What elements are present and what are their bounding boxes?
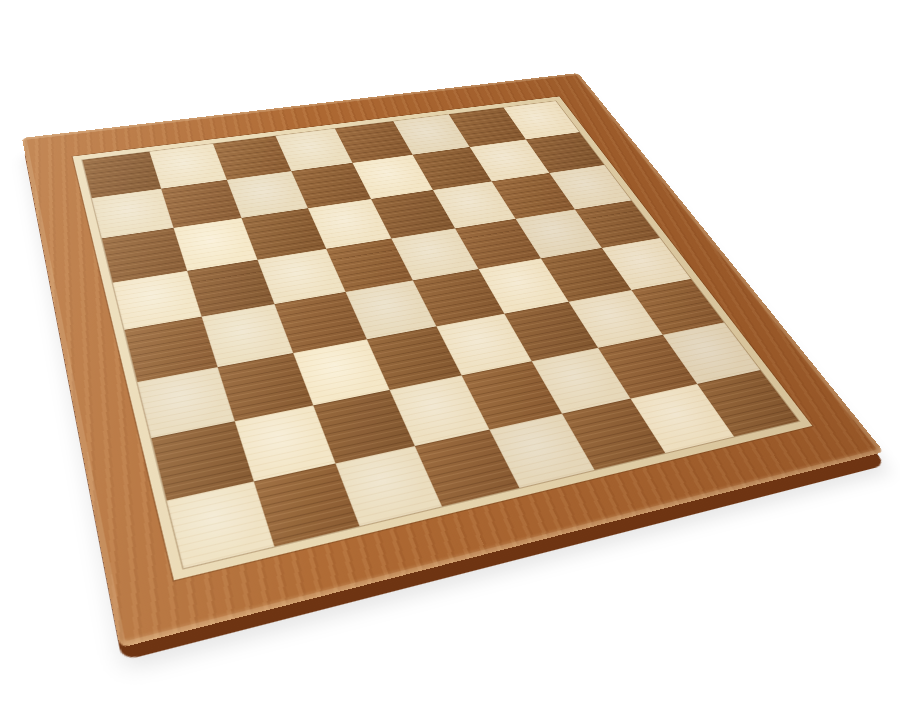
chess-board — [22, 73, 884, 648]
board-grid — [82, 101, 798, 568]
product-photo — [0, 0, 900, 720]
